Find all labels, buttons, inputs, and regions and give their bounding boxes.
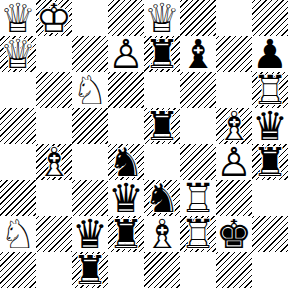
piece-black-rook: ♜ [144, 36, 180, 72]
square-f2[interactable]: ♜♖ [180, 216, 216, 252]
piece-white-queen: ♕ [0, 0, 36, 36]
piece-black-rook: ♜ [252, 144, 288, 180]
square-f5[interactable] [180, 108, 216, 144]
square-g7[interactable] [216, 36, 252, 72]
square-b7[interactable] [36, 36, 72, 72]
square-f4[interactable] [180, 144, 216, 180]
square-c4[interactable] [72, 144, 108, 180]
square-b6[interactable] [36, 72, 72, 108]
piece-halo: ♞ [0, 216, 36, 252]
square-c5[interactable] [72, 108, 108, 144]
piece-halo: ♟ [252, 36, 288, 72]
square-h2[interactable] [252, 216, 288, 252]
piece-white-queen: ♕ [144, 0, 180, 36]
square-e3[interactable]: ♞♞ [144, 180, 180, 216]
piece-halo: ♜ [72, 252, 108, 288]
square-b1[interactable] [36, 252, 72, 288]
piece-black-queen: ♛ [108, 180, 144, 216]
piece-halo: ♚ [216, 216, 252, 252]
square-a1[interactable] [0, 252, 36, 288]
piece-black-rook: ♜ [108, 216, 144, 252]
square-h3[interactable] [252, 180, 288, 216]
piece-black-rook: ♜ [144, 108, 180, 144]
piece-halo: ♜ [144, 108, 180, 144]
square-e2[interactable]: ♝♗ [144, 216, 180, 252]
piece-halo: ♞ [144, 180, 180, 216]
piece-black-pawn: ♟ [252, 36, 288, 72]
square-g4[interactable]: ♟♙ [216, 144, 252, 180]
piece-white-rook: ♖ [180, 216, 216, 252]
square-c7[interactable] [72, 36, 108, 72]
square-a5[interactable] [0, 108, 36, 144]
square-h6[interactable]: ♜♖ [252, 72, 288, 108]
piece-white-bishop: ♗ [216, 108, 252, 144]
piece-white-pawn: ♙ [216, 144, 252, 180]
square-b2[interactable] [36, 216, 72, 252]
square-d1[interactable] [108, 252, 144, 288]
piece-halo: ♝ [144, 216, 180, 252]
square-f8[interactable] [180, 0, 216, 36]
square-d3[interactable]: ♛♛ [108, 180, 144, 216]
square-e1[interactable] [144, 252, 180, 288]
piece-halo: ♞ [108, 144, 144, 180]
square-g2[interactable]: ♚♚ [216, 216, 252, 252]
piece-white-knight: ♘ [72, 72, 108, 108]
square-c6[interactable]: ♞♘ [72, 72, 108, 108]
square-c2[interactable]: ♛♛ [72, 216, 108, 252]
piece-halo: ♜ [252, 144, 288, 180]
square-b4[interactable]: ♝♗ [36, 144, 72, 180]
piece-white-king: ♔ [36, 0, 72, 36]
square-e8[interactable]: ♛♕ [144, 0, 180, 36]
square-f7[interactable]: ♝♝ [180, 36, 216, 72]
piece-halo: ♚ [36, 0, 72, 36]
square-g5[interactable]: ♝♗ [216, 108, 252, 144]
square-h8[interactable] [252, 0, 288, 36]
square-g1[interactable] [216, 252, 252, 288]
square-g3[interactable] [216, 180, 252, 216]
square-e4[interactable] [144, 144, 180, 180]
piece-black-queen: ♛ [72, 216, 108, 252]
piece-white-knight: ♘ [0, 216, 36, 252]
square-d2[interactable]: ♜♜ [108, 216, 144, 252]
piece-halo: ♟ [216, 144, 252, 180]
square-b8[interactable]: ♚♔ [36, 0, 72, 36]
square-a7[interactable]: ♛♕ [0, 36, 36, 72]
square-b3[interactable] [36, 180, 72, 216]
square-d6[interactable] [108, 72, 144, 108]
square-g8[interactable] [216, 0, 252, 36]
piece-black-knight: ♞ [144, 180, 180, 216]
piece-black-queen: ♛ [252, 108, 288, 144]
piece-halo: ♛ [108, 180, 144, 216]
piece-white-bishop: ♗ [144, 216, 180, 252]
piece-black-bishop: ♝ [180, 36, 216, 72]
chessboard: ♛♕♚♔♛♕♛♕♟♙♜♜♝♝♟♟♞♘♜♖♜♜♝♗♛♛♝♗♞♞♟♙♜♜♛♛♞♞♜♖… [0, 0, 288, 288]
piece-halo: ♛ [0, 0, 36, 36]
square-e7[interactable]: ♜♜ [144, 36, 180, 72]
square-h7[interactable]: ♟♟ [252, 36, 288, 72]
square-a8[interactable]: ♛♕ [0, 0, 36, 36]
square-d7[interactable]: ♟♙ [108, 36, 144, 72]
piece-white-rook: ♖ [180, 180, 216, 216]
square-c1[interactable]: ♜♜ [72, 252, 108, 288]
square-e5[interactable]: ♜♜ [144, 108, 180, 144]
piece-halo: ♟ [108, 36, 144, 72]
square-d8[interactable] [108, 0, 144, 36]
piece-white-queen: ♕ [0, 36, 36, 72]
square-h4[interactable]: ♜♜ [252, 144, 288, 180]
square-d5[interactable] [108, 108, 144, 144]
piece-halo: ♜ [108, 216, 144, 252]
piece-halo: ♝ [216, 108, 252, 144]
square-c8[interactable] [72, 0, 108, 36]
piece-halo: ♝ [36, 144, 72, 180]
piece-white-rook: ♖ [252, 72, 288, 108]
square-f3[interactable]: ♜♖ [180, 180, 216, 216]
piece-white-pawn: ♙ [108, 36, 144, 72]
piece-black-knight: ♞ [108, 144, 144, 180]
square-g6[interactable] [216, 72, 252, 108]
square-a2[interactable]: ♞♘ [0, 216, 36, 252]
piece-halo: ♜ [180, 180, 216, 216]
piece-halo: ♜ [252, 72, 288, 108]
square-a4[interactable] [0, 144, 36, 180]
piece-black-king: ♚ [216, 216, 252, 252]
square-c3[interactable] [72, 180, 108, 216]
piece-black-rook: ♜ [72, 252, 108, 288]
piece-white-bishop: ♗ [36, 144, 72, 180]
square-f1[interactable] [180, 252, 216, 288]
piece-halo: ♜ [144, 36, 180, 72]
piece-halo: ♛ [144, 0, 180, 36]
piece-halo: ♜ [180, 216, 216, 252]
square-d4[interactable]: ♞♞ [108, 144, 144, 180]
piece-halo: ♛ [252, 108, 288, 144]
piece-halo: ♛ [72, 216, 108, 252]
square-h5[interactable]: ♛♛ [252, 108, 288, 144]
piece-halo: ♞ [72, 72, 108, 108]
piece-halo: ♛ [0, 36, 36, 72]
piece-halo: ♝ [180, 36, 216, 72]
square-h1[interactable] [252, 252, 288, 288]
square-e6[interactable] [144, 72, 180, 108]
square-f6[interactable] [180, 72, 216, 108]
square-b5[interactable] [36, 108, 72, 144]
square-a3[interactable] [0, 180, 36, 216]
square-a6[interactable] [0, 72, 36, 108]
